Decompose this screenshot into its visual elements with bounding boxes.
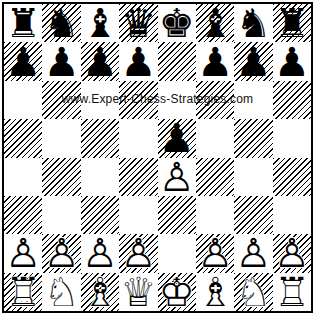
piece-white-knight[interactable]: ♘ [236, 273, 272, 311]
square-e7[interactable] [158, 42, 196, 80]
square-c4[interactable] [81, 158, 119, 196]
square-h8[interactable]: ♜ [273, 4, 311, 42]
piece-white-rook[interactable]: ♖ [5, 273, 41, 311]
piece-black-knight[interactable]: ♞ [236, 4, 272, 42]
piece-black-queen[interactable]: ♛ [120, 4, 156, 42]
square-b6[interactable] [42, 81, 80, 119]
square-a5[interactable] [4, 119, 42, 157]
piece-black-knight[interactable]: ♞ [44, 4, 80, 42]
piece-white-pawn[interactable]: ♙ [236, 234, 272, 272]
piece-white-pawn[interactable]: ♙ [120, 234, 156, 272]
square-f2[interactable]: ♟♙ [196, 234, 234, 272]
chess-diagram: ♜♞♝♛♚♝♞♜♟♟♟♟♟♟♟♟♟♙♟♙♟♙♟♙♟♙♟♙♟♙♟♙♜♖♞♘♝♗♛♕… [0, 0, 315, 315]
piece-black-pawn[interactable]: ♟ [274, 43, 310, 81]
square-g2[interactable]: ♟♙ [234, 234, 272, 272]
piece-white-knight[interactable]: ♘ [44, 273, 80, 311]
square-f6[interactable] [196, 81, 234, 119]
piece-black-bishop[interactable]: ♝ [197, 4, 233, 42]
square-b4[interactable] [42, 158, 80, 196]
square-c3[interactable] [81, 196, 119, 234]
square-b5[interactable] [42, 119, 80, 157]
piece-black-rook[interactable]: ♜ [5, 4, 41, 42]
square-h6[interactable] [273, 81, 311, 119]
square-e5[interactable]: ♟ [158, 119, 196, 157]
square-g1[interactable]: ♞♘ [234, 273, 272, 311]
square-d7[interactable]: ♟ [119, 42, 157, 80]
square-c2[interactable]: ♟♙ [81, 234, 119, 272]
piece-black-pawn[interactable]: ♟ [236, 43, 272, 81]
square-e3[interactable] [158, 196, 196, 234]
square-d6[interactable] [119, 81, 157, 119]
square-e8[interactable]: ♚ [158, 4, 196, 42]
square-c1[interactable]: ♝♗ [81, 273, 119, 311]
square-a6[interactable] [4, 81, 42, 119]
square-h3[interactable] [273, 196, 311, 234]
square-f5[interactable] [196, 119, 234, 157]
square-g6[interactable] [234, 81, 272, 119]
square-e1[interactable]: ♚♔ [158, 273, 196, 311]
square-a7[interactable]: ♟ [4, 42, 42, 80]
square-g7[interactable]: ♟ [234, 42, 272, 80]
square-d5[interactable] [119, 119, 157, 157]
square-d4[interactable] [119, 158, 157, 196]
square-a8[interactable]: ♜ [4, 4, 42, 42]
piece-white-queen[interactable]: ♕ [120, 273, 156, 311]
piece-white-king[interactable]: ♔ [159, 273, 195, 311]
square-f3[interactable] [196, 196, 234, 234]
piece-black-rook[interactable]: ♜ [274, 4, 310, 42]
piece-white-pawn[interactable]: ♙ [82, 234, 118, 272]
square-h7[interactable]: ♟ [273, 42, 311, 80]
square-d2[interactable]: ♟♙ [119, 234, 157, 272]
square-b7[interactable]: ♟ [42, 42, 80, 80]
piece-black-pawn[interactable]: ♟ [159, 119, 195, 157]
square-c6[interactable] [81, 81, 119, 119]
piece-white-rook[interactable]: ♖ [274, 273, 310, 311]
square-f1[interactable]: ♝♗ [196, 273, 234, 311]
piece-black-pawn[interactable]: ♟ [82, 43, 118, 81]
square-c8[interactable]: ♝ [81, 4, 119, 42]
square-h1[interactable]: ♜♖ [273, 273, 311, 311]
square-c5[interactable] [81, 119, 119, 157]
square-a2[interactable]: ♟♙ [4, 234, 42, 272]
square-h2[interactable]: ♟♙ [273, 234, 311, 272]
square-a1[interactable]: ♜♖ [4, 273, 42, 311]
square-f8[interactable]: ♝ [196, 4, 234, 42]
square-d3[interactable] [119, 196, 157, 234]
square-c7[interactable]: ♟ [81, 42, 119, 80]
chess-board: ♜♞♝♛♚♝♞♜♟♟♟♟♟♟♟♟♟♙♟♙♟♙♟♙♟♙♟♙♟♙♟♙♜♖♞♘♝♗♛♕… [2, 2, 313, 313]
piece-black-pawn[interactable]: ♟ [5, 43, 41, 81]
piece-black-pawn[interactable]: ♟ [120, 43, 156, 81]
piece-black-pawn[interactable]: ♟ [44, 43, 80, 81]
square-h4[interactable] [273, 158, 311, 196]
square-f4[interactable] [196, 158, 234, 196]
square-d1[interactable]: ♛♕ [119, 273, 157, 311]
piece-white-pawn[interactable]: ♙ [159, 158, 195, 196]
square-b3[interactable] [42, 196, 80, 234]
square-g8[interactable]: ♞ [234, 4, 272, 42]
piece-black-pawn[interactable]: ♟ [197, 43, 233, 81]
square-e4[interactable]: ♟♙ [158, 158, 196, 196]
square-d8[interactable]: ♛ [119, 4, 157, 42]
square-f7[interactable]: ♟ [196, 42, 234, 80]
square-g4[interactable] [234, 158, 272, 196]
square-e2[interactable] [158, 234, 196, 272]
square-a3[interactable] [4, 196, 42, 234]
piece-white-bishop[interactable]: ♗ [82, 273, 118, 311]
square-g5[interactable] [234, 119, 272, 157]
piece-white-pawn[interactable]: ♙ [44, 234, 80, 272]
piece-black-bishop[interactable]: ♝ [82, 4, 118, 42]
piece-white-pawn[interactable]: ♙ [5, 234, 41, 272]
square-h5[interactable] [273, 119, 311, 157]
piece-white-bishop[interactable]: ♗ [197, 273, 233, 311]
piece-white-pawn[interactable]: ♙ [197, 234, 233, 272]
square-g3[interactable] [234, 196, 272, 234]
square-e6[interactable] [158, 81, 196, 119]
square-a4[interactable] [4, 158, 42, 196]
square-b2[interactable]: ♟♙ [42, 234, 80, 272]
square-b8[interactable]: ♞ [42, 4, 80, 42]
piece-white-pawn[interactable]: ♙ [274, 234, 310, 272]
square-b1[interactable]: ♞♘ [42, 273, 80, 311]
piece-black-king[interactable]: ♚ [159, 4, 195, 42]
